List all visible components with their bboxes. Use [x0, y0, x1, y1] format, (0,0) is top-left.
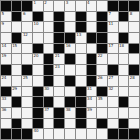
white-cell-r1c7[interactable]: 3 [65, 1, 75, 11]
white-cell-r3c9[interactable] [87, 22, 97, 32]
white-cell-r9c9[interactable]: 31 [87, 87, 97, 97]
white-cell-r4c11[interactable] [108, 33, 118, 43]
black-cell-r3c10 [97, 22, 107, 32]
white-cell-r1c4[interactable]: 1 [33, 1, 43, 11]
white-cell-r10c10[interactable]: 35 [97, 97, 107, 107]
black-cell-r13c2 [12, 129, 22, 139]
white-cell-r3c12[interactable] [119, 22, 129, 32]
clue-number-24: 24 [2, 76, 7, 80]
clue-number-16: 16 [66, 44, 71, 48]
white-cell-r7c4[interactable] [33, 65, 43, 75]
clue-number-23: 23 [55, 65, 60, 69]
clue-number-22: 22 [98, 54, 103, 58]
black-cell-r10c8 [76, 97, 86, 107]
clue-number-4: 4 [87, 1, 89, 5]
clue-number-25: 25 [23, 76, 28, 80]
white-cell-r12c5[interactable] [44, 119, 54, 129]
white-cell-r2c13[interactable]: 8 [129, 12, 139, 22]
black-cell-r13c1 [1, 129, 11, 139]
black-cell-r4c12 [119, 33, 129, 43]
black-cell-r12c10 [97, 119, 107, 129]
clue-number-33: 33 [2, 97, 7, 101]
white-cell-r10c3[interactable] [22, 97, 32, 107]
white-cell-r6c11[interactable] [108, 54, 118, 64]
black-cell-r10c2 [12, 97, 22, 107]
white-cell-r4c8[interactable]: 13 [76, 33, 86, 43]
white-cell-r13c9[interactable] [87, 129, 97, 139]
clue-number-21: 21 [55, 54, 60, 58]
black-cell-r9c1 [1, 87, 11, 97]
white-cell-r8c6[interactable] [54, 76, 64, 86]
white-cell-r7c8[interactable] [76, 65, 86, 75]
white-cell-r1c5[interactable]: 2 [44, 1, 54, 11]
black-cell-r4c7 [65, 33, 75, 43]
white-cell-r10c11[interactable] [108, 97, 118, 107]
white-cell-r4c13[interactable] [129, 33, 139, 43]
white-cell-r9c7[interactable] [65, 87, 75, 97]
white-cell-r7c6[interactable]: 23 [54, 65, 64, 75]
clue-number-31: 31 [87, 87, 92, 91]
black-cell-r12c8 [76, 119, 86, 129]
black-cell-r11c6 [54, 108, 64, 118]
white-cell-r3c5[interactable] [44, 22, 54, 32]
clue-number-34: 34 [87, 97, 92, 101]
black-cell-r5c13 [129, 44, 139, 54]
black-cell-r6c9 [87, 54, 97, 64]
black-cell-r9c4 [33, 87, 43, 97]
white-cell-r13c8[interactable] [76, 129, 86, 139]
white-cell-r9c2[interactable]: 29 [12, 87, 22, 97]
white-cell-r11c9[interactable]: 39 [87, 108, 97, 118]
black-cell-r1c13 [129, 1, 139, 11]
white-cell-r8c11[interactable]: 27 [108, 76, 118, 86]
white-cell-r11c12[interactable] [119, 108, 129, 118]
black-cell-r1c1 [1, 1, 11, 11]
clue-number-40: 40 [34, 129, 39, 133]
black-cell-r2c8 [76, 12, 86, 22]
white-cell-r11c11[interactable] [108, 108, 118, 118]
white-cell-r9c6[interactable] [54, 87, 64, 97]
clue-number-19: 19 [2, 54, 7, 58]
clue-number-5: 5 [2, 12, 4, 16]
white-cell-r6c10[interactable]: 22 [97, 54, 107, 64]
black-cell-r2c12 [119, 12, 129, 22]
clue-number-10: 10 [34, 22, 39, 26]
clue-number-39: 39 [87, 108, 92, 112]
white-cell-r6c6[interactable]: 21 [54, 54, 64, 64]
white-cell-r5c2[interactable]: 15 [12, 44, 22, 54]
black-cell-r1c11 [108, 1, 118, 11]
white-cell-r10c6[interactable] [54, 97, 64, 107]
black-cell-r8c9 [87, 76, 97, 86]
white-cell-r1c9[interactable]: 4 [87, 1, 97, 11]
black-cell-r7c5 [44, 65, 54, 75]
clue-number-18: 18 [119, 44, 124, 48]
white-cell-r13c5[interactable] [44, 129, 54, 139]
clue-number-1: 1 [34, 1, 36, 5]
white-cell-r6c4[interactable]: 20 [33, 54, 43, 64]
white-cell-r6c2[interactable] [12, 54, 22, 64]
white-cell-r5c9[interactable] [87, 44, 97, 54]
white-cell-r5c12[interactable]: 18 [119, 44, 129, 54]
white-cell-r12c1[interactable] [1, 119, 11, 129]
clue-number-27: 27 [108, 76, 113, 80]
clue-number-20: 20 [34, 54, 39, 58]
black-cell-r7c1 [1, 65, 11, 75]
white-cell-r3c3[interactable] [22, 22, 32, 32]
white-cell-r10c9[interactable]: 34 [87, 97, 97, 107]
white-cell-r2c11[interactable]: 7 [108, 12, 118, 22]
black-cell-r4c6 [54, 33, 64, 43]
clue-number-9: 9 [2, 22, 4, 26]
white-cell-r11c13[interactable] [129, 108, 139, 118]
white-cell-r8c8[interactable] [76, 76, 86, 86]
black-cell-r6c7 [65, 54, 75, 64]
black-cell-r12c12 [119, 119, 129, 129]
clue-number-14: 14 [2, 44, 7, 48]
clue-number-15: 15 [12, 44, 17, 48]
clue-number-30: 30 [44, 87, 49, 91]
white-cell-r13c6[interactable] [54, 129, 64, 139]
white-cell-r9c13[interactable] [129, 87, 139, 97]
clue-number-35: 35 [98, 97, 103, 101]
black-cell-r3c6 [54, 22, 64, 32]
black-cell-r6c5 [44, 54, 54, 64]
black-cell-r10c4 [33, 97, 43, 107]
white-cell-r11c7[interactable]: 38 [65, 108, 75, 118]
clue-number-2: 2 [44, 1, 46, 5]
black-cell-r11c4 [33, 108, 43, 118]
clue-number-38: 38 [66, 108, 71, 112]
clue-number-7: 7 [108, 12, 110, 16]
black-cell-r7c11 [108, 65, 118, 75]
white-cell-r6c8[interactable] [76, 54, 86, 64]
white-cell-r10c13[interactable] [129, 97, 139, 107]
white-cell-r2c1[interactable]: 5 [1, 12, 11, 22]
white-cell-r4c3[interactable]: 12 [22, 33, 32, 43]
white-cell-r11c5[interactable]: 37 [44, 108, 54, 118]
black-cell-r5c4 [33, 44, 43, 54]
black-cell-r11c8 [76, 108, 86, 118]
white-cell-r13c7[interactable] [65, 129, 75, 139]
black-cell-r1c2 [12, 1, 22, 11]
clue-number-11: 11 [108, 22, 113, 26]
black-cell-r9c8 [76, 87, 86, 97]
black-cell-r10c5 [44, 97, 54, 107]
black-cell-r13c12 [119, 129, 129, 139]
white-cell-r13c4[interactable]: 40 [33, 129, 43, 139]
white-cell-r9c5[interactable]: 30 [44, 87, 54, 97]
black-cell-r7c3 [22, 65, 32, 75]
white-cell-r7c10[interactable] [97, 65, 107, 75]
clue-number-8: 8 [130, 12, 132, 16]
white-cell-r11c1[interactable]: 36 [1, 108, 11, 118]
white-cell-r12c9[interactable] [87, 119, 97, 129]
black-cell-r4c9 [87, 33, 97, 43]
black-cell-r12c2 [12, 119, 22, 129]
white-cell-r6c13[interactable] [129, 54, 139, 64]
black-cell-r13c13 [129, 129, 139, 139]
white-cell-r11c2[interactable] [12, 108, 22, 118]
white-cell-r5c7[interactable]: 16 [65, 44, 75, 54]
clue-number-17: 17 [108, 44, 113, 48]
black-cell-r2c2 [12, 12, 22, 22]
black-cell-r2c4 [33, 12, 43, 22]
black-cell-r10c12 [119, 97, 129, 107]
white-cell-r5c11[interactable]: 17 [108, 44, 118, 54]
black-cell-r10c7 [65, 97, 75, 107]
white-cell-r12c3[interactable] [22, 119, 32, 129]
clue-number-32: 32 [108, 87, 113, 91]
black-cell-r8c7 [65, 76, 75, 86]
white-cell-r2c7[interactable] [65, 12, 75, 22]
white-cell-r1c8[interactable] [76, 1, 86, 11]
clue-number-3: 3 [66, 1, 68, 5]
crossword-page: 1234567891011121314151617181920212223242… [0, 0, 140, 140]
white-cell-r12c7[interactable] [65, 119, 75, 129]
clue-number-36: 36 [2, 108, 7, 112]
black-cell-r8c5 [44, 76, 54, 86]
white-cell-r5c1[interactable]: 14 [1, 44, 11, 54]
white-cell-r3c11[interactable]: 11 [108, 22, 118, 32]
white-cell-r3c7[interactable] [65, 22, 75, 32]
white-cell-r1c6[interactable] [54, 1, 64, 11]
white-cell-r1c10[interactable] [97, 1, 107, 11]
white-cell-r7c12[interactable] [119, 65, 129, 75]
black-cell-r3c8 [76, 22, 86, 32]
black-cell-r7c9 [87, 65, 97, 75]
white-cell-r2c5[interactable] [44, 12, 54, 22]
black-cell-r13c11 [108, 129, 118, 139]
white-cell-r10c1[interactable]: 33 [1, 97, 11, 107]
white-cell-r8c4[interactable] [33, 76, 43, 86]
white-cell-r7c7[interactable] [65, 65, 75, 75]
white-cell-r8c3[interactable]: 25 [22, 76, 32, 86]
black-cell-r12c4 [33, 119, 43, 129]
black-cell-r5c10 [97, 44, 107, 54]
white-cell-r8c10[interactable]: 26 [97, 76, 107, 86]
white-cell-r12c11[interactable] [108, 119, 118, 129]
white-cell-r4c5[interactable] [44, 33, 54, 43]
black-cell-r12c6 [54, 119, 64, 129]
white-cell-r3c13[interactable] [129, 22, 139, 32]
black-cell-r1c12 [119, 1, 129, 11]
white-cell-r3c4[interactable]: 10 [33, 22, 43, 32]
black-cell-r1c3 [22, 1, 32, 11]
white-cell-r8c1[interactable]: 24 [1, 76, 11, 86]
clue-number-37: 37 [44, 108, 49, 112]
white-cell-r6c12[interactable] [119, 54, 129, 64]
white-cell-r5c3[interactable] [22, 44, 32, 54]
black-cell-r13c3 [22, 129, 32, 139]
clue-number-12: 12 [23, 33, 28, 37]
clue-number-13: 13 [76, 33, 81, 37]
white-cell-r12c13[interactable] [129, 119, 139, 129]
white-cell-r9c12[interactable] [119, 87, 129, 97]
black-cell-r2c10 [97, 12, 107, 22]
white-cell-r9c3[interactable] [22, 87, 32, 97]
clue-number-29: 29 [12, 87, 17, 91]
white-cell-r7c2[interactable] [12, 65, 22, 75]
white-cell-r6c3[interactable] [22, 54, 32, 64]
white-cell-r9c11[interactable]: 32 [108, 87, 118, 97]
white-cell-r4c1[interactable] [1, 33, 11, 43]
black-cell-r9c10 [97, 87, 107, 97]
white-cell-r8c12[interactable] [119, 76, 129, 86]
white-cell-r3c1[interactable]: 9 [1, 22, 11, 32]
white-cell-r2c9[interactable] [87, 12, 97, 22]
black-cell-r4c2 [12, 33, 22, 43]
white-cell-r6c1[interactable]: 19 [1, 54, 11, 64]
crossword-grid: 1234567891011121314151617181920212223242… [0, 0, 140, 140]
white-cell-r3c2[interactable] [12, 22, 22, 32]
white-cell-r5c8[interactable] [76, 44, 86, 54]
black-cell-r7c13 [129, 65, 139, 75]
white-cell-r11c3[interactable] [22, 108, 32, 118]
white-cell-r13c10[interactable] [97, 129, 107, 139]
white-cell-r8c13[interactable]: 28 [129, 76, 139, 86]
white-cell-r5c5[interactable] [44, 44, 54, 54]
clue-number-28: 28 [130, 76, 135, 80]
black-cell-r4c10 [97, 33, 107, 43]
white-cell-r2c3[interactable]: 6 [22, 12, 32, 22]
white-cell-r8c2[interactable] [12, 76, 22, 86]
clue-number-26: 26 [98, 76, 103, 80]
clue-number-6: 6 [23, 12, 25, 16]
black-cell-r2c6 [54, 12, 64, 22]
black-cell-r5c6 [54, 44, 64, 54]
white-cell-r11c10[interactable] [97, 108, 107, 118]
white-cell-r4c4[interactable] [33, 33, 43, 43]
